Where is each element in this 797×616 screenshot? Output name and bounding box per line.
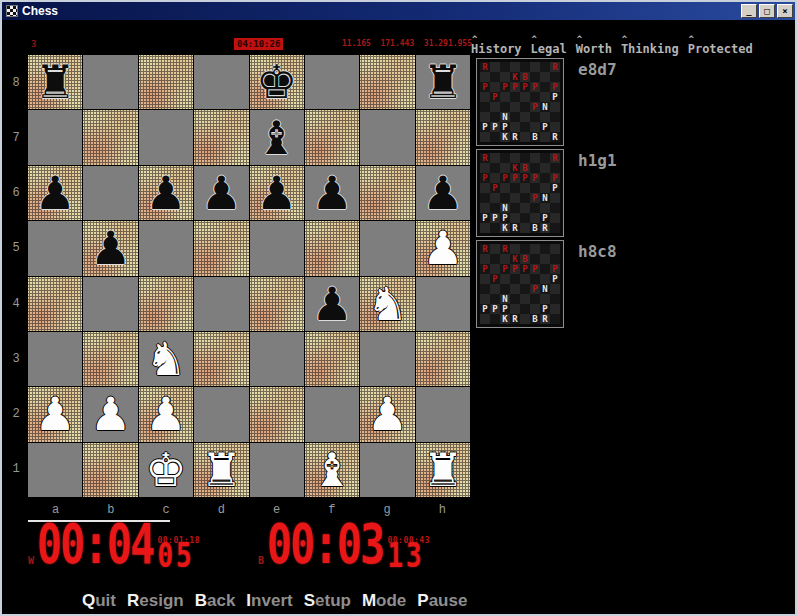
menu-item-thinking[interactable]: ^Thinking (621, 42, 679, 56)
square-e7[interactable]: ♝ (250, 110, 304, 164)
mini-square (540, 62, 550, 72)
mini-square (530, 274, 540, 284)
white-clock: W 00:04 00:01:18 05 (28, 530, 200, 572)
mini-square (480, 314, 490, 324)
square-a2[interactable]: ♟ (28, 387, 82, 441)
rank-label-4: 4 (8, 276, 24, 331)
variation-item-h1g1[interactable]: RRKBPPPPPPPPPNNPPPPKRBRh1g1 (476, 149, 617, 237)
mini-square (550, 193, 560, 203)
square-h3[interactable] (416, 332, 470, 386)
mini-square (530, 304, 540, 314)
variation-board-h1g1: RRKBPPPPPPPPPNNPPPPKRBR (476, 149, 564, 237)
mini-square (480, 294, 490, 304)
variation-move-label: e8d7 (578, 60, 617, 79)
square-a7[interactable] (28, 110, 82, 164)
hotkey-caret-icon: ^ (689, 34, 694, 44)
menu-item-back[interactable]: Back (195, 591, 236, 611)
mini-square (500, 193, 510, 203)
mini-square (550, 223, 560, 233)
mini-square (480, 132, 490, 142)
mini-square: P (500, 213, 510, 223)
mini-square (500, 183, 510, 193)
square-c6[interactable]: ♟ (139, 166, 193, 220)
mini-square: P (540, 122, 550, 132)
mini-square: R (550, 132, 560, 142)
square-c5[interactable] (139, 221, 193, 275)
mini-square (540, 173, 550, 183)
square-b3[interactable] (83, 332, 137, 386)
mini-square (490, 244, 500, 254)
mini-square: R (540, 314, 550, 324)
mini-square (550, 294, 560, 304)
mini-square: P (550, 92, 560, 102)
menu-item-quit[interactable]: Quit (82, 591, 116, 611)
mini-square (540, 203, 550, 213)
square-h5[interactable]: ♟ (416, 221, 470, 275)
square-h6[interactable]: ♟ (416, 166, 470, 220)
mini-square (510, 122, 520, 132)
mini-square: P (490, 183, 500, 193)
square-d4[interactable] (194, 277, 248, 331)
square-g1[interactable] (360, 443, 414, 497)
white-pawn[interactable]: ♟ (422, 225, 463, 271)
variation-item-e8d7[interactable]: RRKBPPPPPPPPPNNPPPPKRBRe8d7 (476, 58, 617, 146)
mini-square: K (500, 314, 510, 324)
mini-square (500, 72, 510, 82)
mini-square (520, 132, 530, 142)
mini-square (490, 284, 500, 294)
mini-square (520, 122, 530, 132)
mini-square: P (550, 274, 560, 284)
bottom-menu: QuitResignBackInvertSetupModePause (82, 591, 478, 611)
square-d1[interactable]: ♜ (194, 443, 248, 497)
mini-square (480, 254, 490, 264)
square-c8[interactable] (139, 55, 193, 109)
white-clock-seconds: 05 (157, 539, 194, 572)
white-pawn[interactable]: ♟ (145, 391, 186, 437)
mini-square (510, 153, 520, 163)
mini-square (540, 72, 550, 82)
mini-square (550, 314, 560, 324)
variation-move-label: h8c8 (578, 242, 617, 261)
menu-item-legal[interactable]: ^Legal (531, 42, 567, 56)
mini-square (530, 244, 540, 254)
white-knight[interactable]: ♞ (145, 336, 186, 382)
chess-window: Chess _ □ × 3 04:10:26 11.165 171.443 31… (0, 0, 797, 616)
mini-square (550, 122, 560, 132)
mini-square (530, 72, 540, 82)
square-d5[interactable] (194, 221, 248, 275)
square-c1[interactable]: ♚ (139, 443, 193, 497)
menu-item-history[interactable]: ^History (471, 42, 522, 56)
black-king[interactable]: ♚ (256, 59, 297, 105)
mini-square (490, 102, 500, 112)
mini-square (490, 72, 500, 82)
mini-square (510, 62, 520, 72)
mini-square (510, 102, 520, 112)
mini-square (480, 72, 490, 82)
white-pawn[interactable]: ♟ (367, 391, 408, 437)
mini-square (520, 92, 530, 102)
variation-board-h8c8: RRKBPPPPPPPPPNNPPPPKRBR (476, 240, 564, 328)
mini-square (520, 153, 530, 163)
mini-square (530, 122, 540, 132)
mini-square: K (510, 72, 520, 82)
mini-square (480, 284, 490, 294)
square-f2[interactable] (305, 387, 359, 441)
black-pawn[interactable]: ♟ (311, 281, 352, 327)
mini-square: P (550, 173, 560, 183)
mini-square (540, 92, 550, 102)
white-rook[interactable]: ♜ (422, 447, 463, 493)
mini-square: N (500, 203, 510, 213)
rank-label-8: 8 (8, 55, 24, 110)
white-clock-main-time: 00:04 (37, 517, 153, 572)
square-e4[interactable] (250, 277, 304, 331)
mini-square (540, 274, 550, 284)
square-b8[interactable] (83, 55, 137, 109)
square-d3[interactable] (194, 332, 248, 386)
rank-label-6: 6 (8, 166, 24, 221)
square-a8[interactable]: ♜ (28, 55, 82, 109)
mini-square (480, 223, 490, 233)
square-a1[interactable] (28, 443, 82, 497)
mini-square (510, 244, 520, 254)
mini-square: R (480, 244, 490, 254)
square-e1[interactable] (250, 443, 304, 497)
square-c7[interactable] (139, 110, 193, 164)
mini-square (550, 213, 560, 223)
square-h4[interactable] (416, 277, 470, 331)
mini-square (510, 304, 520, 314)
mini-square (520, 294, 530, 304)
mini-square: P (500, 82, 510, 92)
menu-item-setup[interactable]: Setup (304, 591, 351, 611)
mini-square (500, 284, 510, 294)
menu-item-protected[interactable]: ^Protected (688, 42, 753, 56)
mini-square: P (530, 82, 540, 92)
square-e2[interactable] (250, 387, 304, 441)
square-b1[interactable] (83, 443, 137, 497)
mini-square: R (480, 62, 490, 72)
mini-square (510, 294, 520, 304)
square-c3[interactable]: ♞ (139, 332, 193, 386)
black-pawn[interactable]: ♟ (311, 170, 352, 216)
square-f1[interactable]: ♝ (305, 443, 359, 497)
mini-square (520, 244, 530, 254)
menu-item-invert[interactable]: Invert (246, 591, 292, 611)
mini-square (480, 183, 490, 193)
white-king[interactable]: ♚ (145, 447, 186, 493)
black-pawn[interactable]: ♟ (201, 170, 242, 216)
mini-square: P (480, 304, 490, 314)
file-label-d: d (194, 502, 249, 517)
square-d6[interactable]: ♟ (194, 166, 248, 220)
black-bishop[interactable]: ♝ (256, 115, 297, 161)
square-e5[interactable] (250, 221, 304, 275)
mini-square: B (530, 314, 540, 324)
mini-square (510, 274, 520, 284)
mini-square (540, 153, 550, 163)
black-pawn[interactable]: ♟ (256, 170, 297, 216)
mini-square (490, 294, 500, 304)
mini-square: P (490, 92, 500, 102)
status-move-number: 3 (31, 39, 36, 49)
mini-square: B (530, 223, 540, 233)
square-g5[interactable] (360, 221, 414, 275)
mini-square: R (500, 244, 510, 254)
mini-square (520, 193, 530, 203)
square-g3[interactable] (360, 332, 414, 386)
mini-square (540, 244, 550, 254)
mini-square (540, 254, 550, 264)
mini-square: P (540, 213, 550, 223)
mini-square (480, 92, 490, 102)
mini-square: K (510, 163, 520, 173)
mini-square (490, 314, 500, 324)
square-g8[interactable] (360, 55, 414, 109)
square-e8[interactable]: ♚ (250, 55, 304, 109)
square-c4[interactable] (139, 277, 193, 331)
menu-item-pause[interactable]: Pause (417, 591, 467, 611)
mini-square (520, 112, 530, 122)
mini-square: P (530, 264, 540, 274)
mini-square: P (510, 82, 520, 92)
mini-square (520, 223, 530, 233)
right-menu: ^History^Legal^Worth^Thinking^Protected (471, 34, 762, 56)
mini-square (550, 102, 560, 112)
mini-square (530, 62, 540, 72)
mini-square (520, 314, 530, 324)
square-f4[interactable]: ♟ (305, 277, 359, 331)
mini-square (520, 62, 530, 72)
mini-square: K (510, 254, 520, 264)
square-g4[interactable]: ♞ (360, 277, 414, 331)
mini-square: N (500, 294, 510, 304)
square-f5[interactable] (305, 221, 359, 275)
mini-square (510, 284, 520, 294)
mini-square: P (530, 102, 540, 112)
minimize-button[interactable]: _ (741, 4, 757, 18)
white-clock-side-label: W (28, 555, 34, 566)
menu-item-worth[interactable]: ^Worth (576, 42, 612, 56)
client-area: 3 04:10:26 11.165 171.443 31.291.955 876… (2, 20, 795, 612)
mini-square (480, 193, 490, 203)
menu-item-resign[interactable]: Resign (127, 591, 184, 611)
close-button[interactable]: × (777, 4, 793, 18)
square-b5[interactable]: ♟ (83, 221, 137, 275)
mini-square: P (520, 264, 530, 274)
hotkey-caret-icon: ^ (577, 34, 582, 44)
mini-square (550, 203, 560, 213)
mini-square (540, 82, 550, 92)
black-rook[interactable]: ♜ (35, 59, 76, 105)
square-h7[interactable] (416, 110, 470, 164)
square-h2[interactable] (416, 387, 470, 441)
mini-square: P (480, 82, 490, 92)
mini-square (510, 183, 520, 193)
black-pawn[interactable]: ♟ (35, 170, 76, 216)
white-pawn[interactable]: ♟ (35, 391, 76, 437)
mini-square: R (510, 314, 520, 324)
mini-square (500, 163, 510, 173)
square-d8[interactable] (194, 55, 248, 109)
mini-square (520, 183, 530, 193)
rank-labels: 87654321 (8, 55, 24, 497)
square-f7[interactable] (305, 110, 359, 164)
mini-square (520, 274, 530, 284)
mini-square: P (490, 122, 500, 132)
black-rook[interactable]: ♜ (422, 59, 463, 105)
mini-square (500, 102, 510, 112)
rank-label-5: 5 (8, 221, 24, 276)
status-node-counts: 11.165 171.443 31.291.955 (342, 39, 472, 48)
black-clock: B 00:03 00:00:43 13 (258, 530, 430, 572)
window-title: Chess (22, 2, 739, 20)
square-b4[interactable] (83, 277, 137, 331)
mini-square: P (540, 304, 550, 314)
mini-square: N (540, 193, 550, 203)
mini-square: K (500, 223, 510, 233)
hotkey-caret-icon: ^ (622, 34, 627, 44)
square-a6[interactable]: ♟ (28, 166, 82, 220)
mini-square (510, 112, 520, 122)
mini-square: R (550, 153, 560, 163)
mini-square (480, 203, 490, 213)
mini-square: P (510, 264, 520, 274)
variation-move-label: h1g1 (578, 151, 617, 170)
square-d7[interactable] (194, 110, 248, 164)
mini-square (530, 153, 540, 163)
mini-square: P (500, 264, 510, 274)
square-b6[interactable] (83, 166, 137, 220)
mini-square (490, 203, 500, 213)
square-e3[interactable] (250, 332, 304, 386)
mini-square: P (530, 284, 540, 294)
square-a3[interactable] (28, 332, 82, 386)
mini-square: P (550, 183, 560, 193)
variation-list: RRKBPPPPPPPPPNNPPPPKRBRe8d7RRKBPPPPPPPPP… (476, 58, 617, 331)
black-pawn[interactable]: ♟ (145, 170, 186, 216)
mini-square (490, 163, 500, 173)
maximize-button[interactable]: □ (759, 4, 775, 18)
mini-square: K (500, 132, 510, 142)
title-bar[interactable]: Chess _ □ × (2, 2, 795, 20)
mini-square (530, 213, 540, 223)
mini-square (550, 163, 560, 173)
mini-square: R (510, 132, 520, 142)
black-clock-main-time: 00:03 (267, 517, 383, 572)
square-g7[interactable] (360, 110, 414, 164)
mini-square (480, 163, 490, 173)
menu-item-mode[interactable]: Mode (362, 591, 406, 611)
mini-square (500, 92, 510, 102)
white-knight[interactable]: ♞ (367, 281, 408, 327)
mini-square: N (540, 102, 550, 112)
square-b7[interactable] (83, 110, 137, 164)
white-rook[interactable]: ♜ (201, 447, 242, 493)
white-bishop[interactable]: ♝ (311, 447, 352, 493)
mini-square: P (510, 173, 520, 183)
mini-square (540, 112, 550, 122)
square-f6[interactable]: ♟ (305, 166, 359, 220)
square-h1[interactable]: ♜ (416, 443, 470, 497)
black-pawn[interactable]: ♟ (422, 170, 463, 216)
mini-square (490, 112, 500, 122)
mini-square (490, 264, 500, 274)
mini-square (490, 62, 500, 72)
mini-square (480, 274, 490, 284)
mini-square: P (490, 304, 500, 314)
square-h8[interactable]: ♜ (416, 55, 470, 109)
mini-square: P (480, 173, 490, 183)
square-a5[interactable] (28, 221, 82, 275)
square-g2[interactable]: ♟ (360, 387, 414, 441)
mini-square (510, 92, 520, 102)
mini-square (490, 223, 500, 233)
mini-square (490, 193, 500, 203)
mini-square (530, 183, 540, 193)
mini-square: B (530, 132, 540, 142)
mini-square (500, 62, 510, 72)
mini-square (540, 132, 550, 142)
square-c2[interactable]: ♟ (139, 387, 193, 441)
mini-square (480, 112, 490, 122)
rank-label-1: 1 (8, 442, 24, 497)
square-f8[interactable] (305, 55, 359, 109)
mini-square (490, 153, 500, 163)
mini-square (530, 254, 540, 264)
square-f3[interactable] (305, 332, 359, 386)
mini-square: P (550, 264, 560, 274)
mini-square (500, 153, 510, 163)
white-pawn[interactable]: ♟ (90, 391, 131, 437)
mini-square: R (550, 62, 560, 72)
variation-item-h8c8[interactable]: RRKBPPPPPPPPPNNPPPPKRBRh8c8 (476, 240, 617, 328)
mini-square: N (540, 284, 550, 294)
mini-square (490, 82, 500, 92)
mini-square (520, 304, 530, 314)
mini-square (490, 173, 500, 183)
mini-square: R (480, 153, 490, 163)
rank-label-2: 2 (8, 387, 24, 442)
black-pawn[interactable]: ♟ (90, 225, 131, 271)
mini-square: B (520, 72, 530, 82)
square-a4[interactable] (28, 277, 82, 331)
mini-square (520, 284, 530, 294)
square-d2[interactable] (194, 387, 248, 441)
rank-label-3: 3 (8, 331, 24, 386)
mini-square (540, 183, 550, 193)
mini-square (530, 92, 540, 102)
chess-board[interactable]: ♜♚♜♝♟♟♟♟♟♟♟♟♟♞♞♟♟♟♟♚♜♝♜ (28, 55, 470, 497)
mini-square: P (520, 82, 530, 92)
mini-square: P (490, 274, 500, 284)
mini-square: P (530, 193, 540, 203)
mini-square: R (510, 223, 520, 233)
black-clock-side-label: B (258, 555, 264, 566)
app-icon (6, 5, 18, 17)
mini-square (550, 244, 560, 254)
mini-square: P (530, 173, 540, 183)
mini-square: B (520, 163, 530, 173)
square-g6[interactable] (360, 166, 414, 220)
rank-label-7: 7 (8, 110, 24, 165)
square-e6[interactable]: ♟ (250, 166, 304, 220)
square-b2[interactable]: ♟ (83, 387, 137, 441)
mini-square (530, 203, 540, 213)
mini-square: P (520, 173, 530, 183)
